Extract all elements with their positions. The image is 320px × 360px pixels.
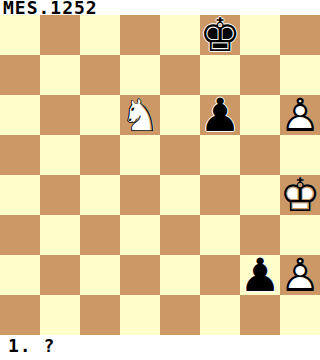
square-c1[interactable] xyxy=(80,295,120,335)
move-prompt: 1. ? xyxy=(8,338,55,354)
square-c2[interactable] xyxy=(80,255,120,295)
square-d5[interactable] xyxy=(120,135,160,175)
square-d3[interactable] xyxy=(120,215,160,255)
piece-outline-glyph: ♘ xyxy=(120,95,160,135)
square-a2[interactable] xyxy=(0,255,40,295)
square-b7[interactable] xyxy=(40,55,80,95)
square-b6[interactable] xyxy=(40,95,80,135)
square-e8[interactable] xyxy=(160,15,200,55)
square-g7[interactable] xyxy=(240,55,280,95)
square-b3[interactable] xyxy=(40,215,80,255)
square-c4[interactable] xyxy=(80,175,120,215)
square-h6[interactable]: ♟♙ xyxy=(280,95,320,135)
square-b4[interactable] xyxy=(40,175,80,215)
chess-diagram-page: MES.1252 ♚♞♘♟♟♙♚♔♟♟♙ 1. ? xyxy=(0,0,320,360)
square-f6[interactable]: ♟ xyxy=(200,95,240,135)
square-e2[interactable] xyxy=(160,255,200,295)
square-a4[interactable] xyxy=(0,175,40,215)
square-e6[interactable] xyxy=(160,95,200,135)
square-a3[interactable] xyxy=(0,215,40,255)
square-b8[interactable] xyxy=(40,15,80,55)
square-h2[interactable]: ♟♙ xyxy=(280,255,320,295)
piece-outline-glyph: ♔ xyxy=(280,175,320,215)
chess-board: ♚♞♘♟♟♙♚♔♟♟♙ xyxy=(0,15,320,335)
square-c3[interactable] xyxy=(80,215,120,255)
white-king[interactable]: ♚♔ xyxy=(280,175,320,215)
square-g4[interactable] xyxy=(240,175,280,215)
square-h8[interactable] xyxy=(280,15,320,55)
square-b5[interactable] xyxy=(40,135,80,175)
square-f8[interactable]: ♚ xyxy=(200,15,240,55)
white-pawn[interactable]: ♟♙ xyxy=(280,255,320,295)
square-b1[interactable] xyxy=(40,295,80,335)
square-c5[interactable] xyxy=(80,135,120,175)
square-e4[interactable] xyxy=(160,175,200,215)
square-g6[interactable] xyxy=(240,95,280,135)
square-g5[interactable] xyxy=(240,135,280,175)
square-f5[interactable] xyxy=(200,135,240,175)
white-knight[interactable]: ♞♘ xyxy=(120,95,160,135)
white-pawn[interactable]: ♟♙ xyxy=(280,95,320,135)
square-g1[interactable] xyxy=(240,295,280,335)
square-f1[interactable] xyxy=(200,295,240,335)
square-d8[interactable] xyxy=(120,15,160,55)
square-e1[interactable] xyxy=(160,295,200,335)
square-g2[interactable]: ♟ xyxy=(240,255,280,295)
diagram-title: MES.1252 xyxy=(3,0,98,16)
black-king[interactable]: ♚ xyxy=(200,15,240,55)
square-e7[interactable] xyxy=(160,55,200,95)
square-c7[interactable] xyxy=(80,55,120,95)
square-a6[interactable] xyxy=(0,95,40,135)
square-a5[interactable] xyxy=(0,135,40,175)
square-a8[interactable] xyxy=(0,15,40,55)
square-f2[interactable] xyxy=(200,255,240,295)
square-b2[interactable] xyxy=(40,255,80,295)
black-pawn[interactable]: ♟ xyxy=(200,95,240,135)
square-d6[interactable]: ♞♘ xyxy=(120,95,160,135)
square-g8[interactable] xyxy=(240,15,280,55)
square-h1[interactable] xyxy=(280,295,320,335)
square-c6[interactable] xyxy=(80,95,120,135)
square-h4[interactable]: ♚♔ xyxy=(280,175,320,215)
square-a1[interactable] xyxy=(0,295,40,335)
square-d4[interactable] xyxy=(120,175,160,215)
square-e3[interactable] xyxy=(160,215,200,255)
square-d2[interactable] xyxy=(120,255,160,295)
square-d1[interactable] xyxy=(120,295,160,335)
piece-outline-glyph: ♙ xyxy=(280,255,320,295)
piece-outline-glyph: ♙ xyxy=(280,95,320,135)
square-e5[interactable] xyxy=(160,135,200,175)
square-c8[interactable] xyxy=(80,15,120,55)
square-f4[interactable] xyxy=(200,175,240,215)
square-f3[interactable] xyxy=(200,215,240,255)
square-a7[interactable] xyxy=(0,55,40,95)
black-pawn[interactable]: ♟ xyxy=(240,255,280,295)
